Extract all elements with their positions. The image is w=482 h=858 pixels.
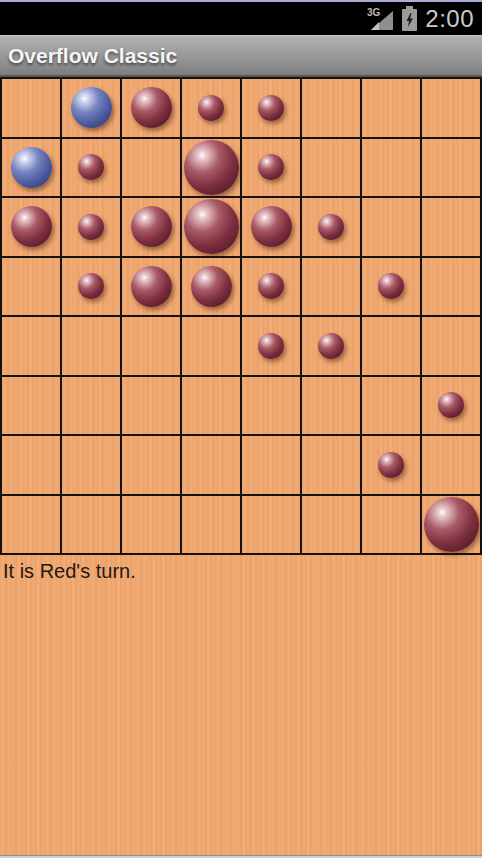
- cell-r5c1[interactable]: [2, 317, 60, 375]
- cell-r6c6[interactable]: [302, 377, 360, 435]
- cell-r1c6[interactable]: [302, 79, 360, 137]
- cell-r1c3[interactable]: [122, 79, 180, 137]
- red-ball-stage-2: [131, 266, 172, 307]
- red-ball-stage-1: [78, 214, 104, 240]
- cell-r7c6[interactable]: [302, 436, 360, 494]
- cell-r4c6[interactable]: [302, 258, 360, 316]
- red-ball-stage-3: [424, 497, 479, 552]
- cell-r3c8[interactable]: [422, 198, 480, 256]
- cell-r4c5[interactable]: [242, 258, 300, 316]
- cell-r2c7[interactable]: [362, 139, 420, 197]
- status-bar: 3G 2:00: [0, 2, 482, 35]
- red-ball-stage-2: [131, 87, 172, 128]
- red-ball-stage-1: [198, 95, 224, 121]
- cell-r7c4[interactable]: [182, 436, 240, 494]
- red-ball-stage-2: [251, 206, 292, 247]
- cell-r3c4[interactable]: [182, 198, 240, 256]
- cell-r8c3[interactable]: [122, 496, 180, 554]
- cell-r1c1[interactable]: [2, 79, 60, 137]
- cell-r5c8[interactable]: [422, 317, 480, 375]
- game-board: [0, 77, 482, 555]
- cell-r5c6[interactable]: [302, 317, 360, 375]
- red-ball-stage-3: [184, 140, 239, 195]
- cell-r7c7[interactable]: [362, 436, 420, 494]
- cell-r3c6[interactable]: [302, 198, 360, 256]
- cell-r4c7[interactable]: [362, 258, 420, 316]
- cell-r6c3[interactable]: [122, 377, 180, 435]
- red-ball-stage-1: [258, 154, 284, 180]
- cell-r1c4[interactable]: [182, 79, 240, 137]
- cell-r5c7[interactable]: [362, 317, 420, 375]
- network-type-label: 3G: [367, 7, 381, 18]
- cell-r8c5[interactable]: [242, 496, 300, 554]
- cell-r6c2[interactable]: [62, 377, 120, 435]
- red-ball-stage-1: [78, 154, 104, 180]
- cell-r8c1[interactable]: [2, 496, 60, 554]
- red-ball-stage-1: [258, 333, 284, 359]
- turn-message: It is Red's turn.: [3, 560, 479, 583]
- cell-r5c2[interactable]: [62, 317, 120, 375]
- signal-3g-icon: 3G: [366, 6, 394, 31]
- cell-r1c2[interactable]: [62, 79, 120, 137]
- cell-r2c2[interactable]: [62, 139, 120, 197]
- cell-r3c3[interactable]: [122, 198, 180, 256]
- cell-r6c1[interactable]: [2, 377, 60, 435]
- cell-r7c3[interactable]: [122, 436, 180, 494]
- cell-r6c8[interactable]: [422, 377, 480, 435]
- cell-r8c6[interactable]: [302, 496, 360, 554]
- cell-r8c4[interactable]: [182, 496, 240, 554]
- cell-r3c7[interactable]: [362, 198, 420, 256]
- cell-r3c5[interactable]: [242, 198, 300, 256]
- cell-r5c4[interactable]: [182, 317, 240, 375]
- cell-r1c5[interactable]: [242, 79, 300, 137]
- message-area: It is Red's turn.: [0, 555, 482, 855]
- cell-r4c4[interactable]: [182, 258, 240, 316]
- cell-r3c2[interactable]: [62, 198, 120, 256]
- app-title: Overflow Classic: [8, 44, 177, 68]
- cell-r7c8[interactable]: [422, 436, 480, 494]
- red-ball-stage-1: [258, 95, 284, 121]
- cell-r8c8[interactable]: [422, 496, 480, 554]
- cell-r8c7[interactable]: [362, 496, 420, 554]
- cell-r2c6[interactable]: [302, 139, 360, 197]
- red-ball-stage-1: [318, 333, 344, 359]
- cell-r1c8[interactable]: [422, 79, 480, 137]
- cell-r4c8[interactable]: [422, 258, 480, 316]
- red-ball-stage-2: [11, 206, 52, 247]
- cell-r6c4[interactable]: [182, 377, 240, 435]
- cell-r2c3[interactable]: [122, 139, 180, 197]
- cell-r2c4[interactable]: [182, 139, 240, 197]
- red-ball-stage-1: [378, 273, 404, 299]
- blue-ball-stage-2: [11, 147, 52, 188]
- phone-screen: 3G 2:00 Overflow Classic It is Red's tur…: [0, 0, 482, 858]
- cell-r2c8[interactable]: [422, 139, 480, 197]
- cell-r7c1[interactable]: [2, 436, 60, 494]
- cell-r6c5[interactable]: [242, 377, 300, 435]
- cell-r8c2[interactable]: [62, 496, 120, 554]
- cell-r2c1[interactable]: [2, 139, 60, 197]
- red-ball-stage-2: [191, 266, 232, 307]
- clock-time: 2:00: [425, 5, 474, 33]
- red-ball-stage-1: [318, 214, 344, 240]
- cell-r4c1[interactable]: [2, 258, 60, 316]
- cell-r3c1[interactable]: [2, 198, 60, 256]
- cell-r7c5[interactable]: [242, 436, 300, 494]
- red-ball-stage-1: [78, 273, 104, 299]
- cell-r4c3[interactable]: [122, 258, 180, 316]
- red-ball-stage-1: [378, 452, 404, 478]
- battery-charging-icon: [401, 6, 418, 32]
- red-ball-stage-3: [184, 199, 239, 254]
- cell-r5c3[interactable]: [122, 317, 180, 375]
- red-ball-stage-2: [131, 206, 172, 247]
- cell-r1c7[interactable]: [362, 79, 420, 137]
- cell-r6c7[interactable]: [362, 377, 420, 435]
- red-ball-stage-1: [438, 392, 464, 418]
- blue-ball-stage-2: [71, 87, 112, 128]
- cell-r4c2[interactable]: [62, 258, 120, 316]
- red-ball-stage-1: [258, 273, 284, 299]
- cell-r5c5[interactable]: [242, 317, 300, 375]
- cell-r7c2[interactable]: [62, 436, 120, 494]
- title-bar: Overflow Classic: [0, 35, 482, 77]
- cell-r2c5[interactable]: [242, 139, 300, 197]
